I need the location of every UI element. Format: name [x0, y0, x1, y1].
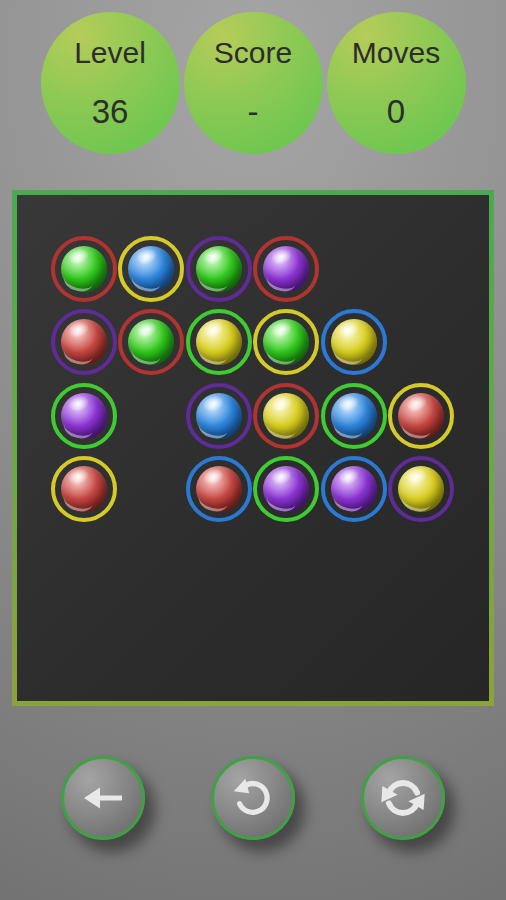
restart-button[interactable]	[361, 756, 445, 840]
cell-purple-ball-blue-ring[interactable]	[320, 453, 388, 527]
cell-blue-ball-purple-ring[interactable]	[185, 379, 253, 453]
cell-purple-ball-red-ring[interactable]	[253, 232, 321, 306]
cell-yellow-ball-green-ring[interactable]	[185, 306, 253, 380]
red-ring	[51, 236, 117, 302]
red-ball	[398, 393, 444, 439]
green-ring	[51, 383, 117, 449]
red-ring	[118, 309, 184, 375]
undo-icon	[230, 775, 276, 821]
moves-value: 0	[387, 95, 405, 129]
empty-cell	[118, 379, 186, 453]
game-board	[17, 195, 489, 701]
level-badge: Level 36	[41, 12, 180, 154]
purple-ring	[186, 236, 252, 302]
blue-ring	[186, 456, 252, 522]
empty-cell	[388, 232, 456, 306]
purple-ball	[263, 246, 309, 292]
score-value: -	[248, 95, 259, 129]
cell-red-ball-yellow-ring[interactable]	[388, 379, 456, 453]
hud: Level 36 Score - Moves 0	[0, 12, 506, 154]
empty-cell	[118, 453, 186, 527]
empty-cell	[320, 232, 388, 306]
purple-ring	[388, 456, 454, 522]
blue-ball	[331, 393, 377, 439]
red-ball	[61, 466, 107, 512]
yellow-ring	[118, 236, 184, 302]
red-ball	[61, 319, 107, 365]
yellow-ball	[398, 466, 444, 512]
cell-blue-ball-green-ring[interactable]	[320, 379, 388, 453]
green-ball	[61, 246, 107, 292]
cell-red-ball-purple-ring[interactable]	[50, 306, 118, 380]
red-ring	[253, 236, 319, 302]
purple-ring	[186, 383, 252, 449]
purple-ball	[331, 466, 377, 512]
cell-red-ball-yellow-ring[interactable]	[50, 453, 118, 527]
cell-green-ball-red-ring[interactable]	[50, 232, 118, 306]
red-ball	[196, 466, 242, 512]
cell-yellow-ball-blue-ring[interactable]	[320, 306, 388, 380]
level-value: 36	[92, 95, 129, 129]
cell-purple-ball-green-ring[interactable]	[50, 379, 118, 453]
red-ring	[253, 383, 319, 449]
yellow-ring	[388, 383, 454, 449]
cell-yellow-ball-red-ring[interactable]	[253, 379, 321, 453]
refresh-icon	[377, 772, 429, 824]
blue-ring	[321, 309, 387, 375]
green-ball	[128, 319, 174, 365]
green-ring	[186, 309, 252, 375]
green-ring	[253, 456, 319, 522]
left-arrow-icon	[79, 774, 127, 822]
cell-green-ball-red-ring[interactable]	[118, 306, 186, 380]
blue-ball	[196, 393, 242, 439]
cell-purple-ball-green-ring[interactable]	[253, 453, 321, 527]
score-badge: Score -	[184, 12, 323, 154]
moves-label: Moves	[352, 37, 440, 69]
score-label: Score	[214, 37, 292, 69]
level-label: Level	[74, 37, 146, 69]
green-ball	[263, 319, 309, 365]
cell-green-ball-yellow-ring[interactable]	[253, 306, 321, 380]
cell-green-ball-purple-ring[interactable]	[185, 232, 253, 306]
yellow-ball	[263, 393, 309, 439]
green-ball	[196, 246, 242, 292]
yellow-ring	[253, 309, 319, 375]
cell-yellow-ball-purple-ring[interactable]	[388, 453, 456, 527]
purple-ball	[263, 466, 309, 512]
moves-badge: Moves 0	[327, 12, 466, 154]
back-button[interactable]	[61, 756, 145, 840]
empty-cell	[388, 306, 456, 380]
yellow-ball	[196, 319, 242, 365]
undo-button[interactable]	[211, 756, 295, 840]
control-bar	[0, 756, 506, 840]
yellow-ring	[51, 456, 117, 522]
blue-ball	[128, 246, 174, 292]
yellow-ball	[331, 319, 377, 365]
cell-blue-ball-yellow-ring[interactable]	[118, 232, 186, 306]
blue-ring	[321, 456, 387, 522]
game-board-frame	[12, 190, 494, 706]
purple-ball	[61, 393, 107, 439]
purple-ring	[51, 309, 117, 375]
board-grid	[50, 232, 455, 526]
green-ring	[321, 383, 387, 449]
cell-red-ball-blue-ring[interactable]	[185, 453, 253, 527]
